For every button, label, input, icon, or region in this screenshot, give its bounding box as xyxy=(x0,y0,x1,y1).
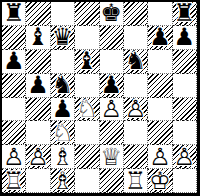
square-h4 xyxy=(173,98,197,122)
square-d8 xyxy=(75,2,99,26)
square-b1 xyxy=(26,169,50,193)
square-e8: ♚♚ xyxy=(100,2,124,26)
black-rook-piece: ♜ xyxy=(173,2,196,25)
square-a8: ♜♜ xyxy=(2,2,26,26)
white-knight-piece: ♘ xyxy=(75,98,98,121)
square-d4: ♞♘ xyxy=(75,98,99,122)
square-a5 xyxy=(2,74,26,98)
chess-board-frame: ♜♜♚♚♜♜♝♝♛♛♟♟♟♟♟♟♝♝♞♞♟♟♞♞♟♟♟♟♞♘♟♙♟♙♞♘♟♙♟♙… xyxy=(0,0,200,196)
square-a2: ♟♙ xyxy=(2,145,26,169)
piece-halo: ♝ xyxy=(26,26,49,49)
black-knight-piece: ♞ xyxy=(124,50,147,73)
white-pawn-piece: ♙ xyxy=(26,145,49,168)
square-h1 xyxy=(173,169,197,193)
square-b2: ♟♙ xyxy=(26,145,50,169)
black-pawn-piece: ♟ xyxy=(2,50,25,73)
black-king-piece: ♚ xyxy=(100,2,123,25)
piece-halo: ♟ xyxy=(2,145,25,168)
square-b8 xyxy=(26,2,50,26)
square-e4: ♟♙ xyxy=(100,98,124,122)
square-f6: ♞♞ xyxy=(124,50,148,74)
white-rook-piece: ♖ xyxy=(124,169,147,192)
black-queen-piece: ♛ xyxy=(51,26,74,49)
white-pawn-piece: ♙ xyxy=(2,145,25,168)
square-c8 xyxy=(51,2,75,26)
black-rook-piece: ♜ xyxy=(2,2,25,25)
black-pawn-piece: ♟ xyxy=(26,74,49,97)
square-b5: ♟♟ xyxy=(26,74,50,98)
white-pawn-piece: ♙ xyxy=(100,98,123,121)
piece-halo: ♟ xyxy=(26,145,49,168)
square-h3 xyxy=(173,121,197,145)
piece-halo: ♜ xyxy=(173,2,196,25)
piece-halo: ♟ xyxy=(100,98,123,121)
square-b4 xyxy=(26,98,50,122)
square-e7 xyxy=(100,26,124,50)
piece-halo: ♟ xyxy=(26,74,49,97)
square-g3 xyxy=(148,121,172,145)
square-b6 xyxy=(26,50,50,74)
piece-halo: ♞ xyxy=(124,50,147,73)
square-d3 xyxy=(75,121,99,145)
square-e5: ♟♟ xyxy=(100,74,124,98)
square-c1: ♝♗ xyxy=(51,169,75,193)
square-d2 xyxy=(75,145,99,169)
square-a7 xyxy=(2,26,26,50)
black-bishop-piece: ♝ xyxy=(75,50,98,73)
square-c5: ♞♞ xyxy=(51,74,75,98)
square-g1: ♚♔ xyxy=(148,169,172,193)
piece-halo: ♞ xyxy=(51,121,74,144)
square-h8: ♜♜ xyxy=(173,2,197,26)
square-h5 xyxy=(173,74,197,98)
square-e6 xyxy=(100,50,124,74)
piece-halo: ♟ xyxy=(124,98,147,121)
piece-halo: ♟ xyxy=(173,145,196,168)
piece-halo: ♜ xyxy=(2,169,25,192)
square-f5 xyxy=(124,74,148,98)
square-h6 xyxy=(173,50,197,74)
black-pawn-piece: ♟ xyxy=(100,74,123,97)
square-c2: ♝♗ xyxy=(51,145,75,169)
square-a3 xyxy=(2,121,26,145)
white-knight-piece: ♘ xyxy=(51,121,74,144)
white-bishop-piece: ♗ xyxy=(51,169,74,192)
square-d6: ♝♝ xyxy=(75,50,99,74)
square-g5 xyxy=(148,74,172,98)
square-a1: ♜♖ xyxy=(2,169,26,193)
white-king-piece: ♔ xyxy=(148,169,171,192)
square-g7: ♟♟ xyxy=(148,26,172,50)
square-e2: ♛♕ xyxy=(100,145,124,169)
square-c4: ♟♟ xyxy=(51,98,75,122)
piece-halo: ♞ xyxy=(51,74,74,97)
square-h2: ♟♙ xyxy=(173,145,197,169)
piece-halo: ♛ xyxy=(100,145,123,168)
piece-halo: ♚ xyxy=(148,169,171,192)
square-f2 xyxy=(124,145,148,169)
piece-halo: ♜ xyxy=(124,169,147,192)
square-f4: ♟♙ xyxy=(124,98,148,122)
black-bishop-piece: ♝ xyxy=(26,26,49,49)
square-f1: ♜♖ xyxy=(124,169,148,193)
black-pawn-piece: ♟ xyxy=(173,26,196,49)
piece-halo: ♞ xyxy=(75,98,98,121)
piece-halo: ♚ xyxy=(100,2,123,25)
piece-halo: ♜ xyxy=(2,2,25,25)
square-e3 xyxy=(100,121,124,145)
square-d7 xyxy=(75,26,99,50)
white-bishop-piece: ♗ xyxy=(51,145,74,168)
white-pawn-piece: ♙ xyxy=(173,145,196,168)
square-e1 xyxy=(100,169,124,193)
piece-halo: ♝ xyxy=(75,50,98,73)
square-a4 xyxy=(2,98,26,122)
white-queen-piece: ♕ xyxy=(100,145,123,168)
piece-halo: ♝ xyxy=(51,145,74,168)
piece-halo: ♟ xyxy=(100,74,123,97)
piece-halo: ♟ xyxy=(173,26,196,49)
square-f8 xyxy=(124,2,148,26)
square-g8 xyxy=(148,2,172,26)
square-d5 xyxy=(75,74,99,98)
square-a6: ♟♟ xyxy=(2,50,26,74)
piece-halo: ♝ xyxy=(51,169,74,192)
square-d1 xyxy=(75,169,99,193)
piece-halo: ♟ xyxy=(51,98,74,121)
square-b7: ♝♝ xyxy=(26,26,50,50)
square-h7: ♟♟ xyxy=(173,26,197,50)
square-b3 xyxy=(26,121,50,145)
square-c6 xyxy=(51,50,75,74)
square-c7: ♛♛ xyxy=(51,26,75,50)
black-knight-piece: ♞ xyxy=(51,74,74,97)
square-c3: ♞♘ xyxy=(51,121,75,145)
white-pawn-piece: ♙ xyxy=(124,98,147,121)
square-f3 xyxy=(124,121,148,145)
black-pawn-piece: ♟ xyxy=(51,98,74,121)
black-pawn-piece: ♟ xyxy=(148,26,171,49)
square-g4 xyxy=(148,98,172,122)
piece-halo: ♟ xyxy=(148,145,171,168)
piece-halo: ♛ xyxy=(51,26,74,49)
square-f7 xyxy=(124,26,148,50)
square-g2: ♟♙ xyxy=(148,145,172,169)
square-g6 xyxy=(148,50,172,74)
piece-halo: ♟ xyxy=(148,26,171,49)
chess-board: ♜♜♚♚♜♜♝♝♛♛♟♟♟♟♟♟♝♝♞♞♟♟♞♞♟♟♟♟♞♘♟♙♟♙♞♘♟♙♟♙… xyxy=(2,2,197,193)
white-rook-piece: ♖ xyxy=(2,169,25,192)
piece-halo: ♟ xyxy=(2,50,25,73)
white-pawn-piece: ♙ xyxy=(148,145,171,168)
